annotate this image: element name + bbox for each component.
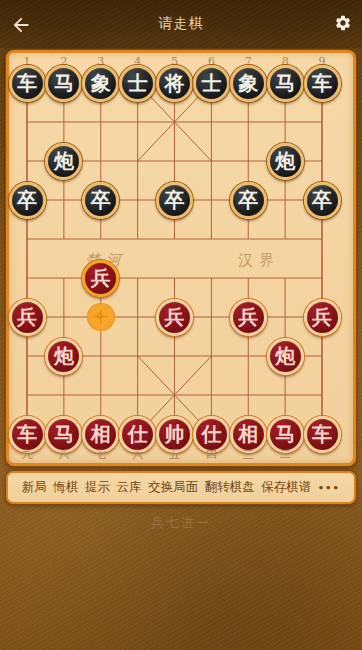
piece-red-炮[interactable]: 炮: [45, 338, 82, 375]
piece-black-将[interactable]: 将: [156, 65, 193, 102]
piece-black-卒[interactable]: 卒: [9, 182, 46, 219]
top-bar: 请走棋: [0, 0, 362, 48]
board-grid: [9, 53, 353, 463]
bottom-coordinates: 九八七六五四三二一: [9, 447, 353, 463]
file-label-bottom: 八: [58, 447, 69, 462]
piece-red-兵[interactable]: 兵: [9, 299, 46, 336]
settings-button[interactable]: [332, 13, 354, 35]
menu-more-icon[interactable]: •••: [318, 482, 340, 493]
piece-black-象[interactable]: 象: [230, 65, 267, 102]
piece-black-象[interactable]: 象: [82, 65, 119, 102]
menu-item-2[interactable]: 悔棋: [54, 479, 79, 496]
last-move-text: 兵七进一: [0, 514, 362, 532]
menu-item-7[interactable]: 保存棋谱: [261, 479, 311, 496]
menu-item-3[interactable]: 提示: [85, 479, 110, 496]
last-move-origin-marker: [87, 303, 115, 331]
file-label-bottom: 二: [280, 447, 291, 462]
piece-black-卒[interactable]: 卒: [230, 182, 267, 219]
piece-black-炮[interactable]: 炮: [267, 143, 304, 180]
file-label-bottom: 九: [22, 447, 33, 462]
file-label-bottom: 七: [95, 447, 106, 462]
piece-red-兵[interactable]: 兵: [304, 299, 341, 336]
piece-black-马[interactable]: 马: [45, 65, 82, 102]
piece-black-炮[interactable]: 炮: [45, 143, 82, 180]
piece-red-兵[interactable]: 兵: [230, 299, 267, 336]
piece-black-马[interactable]: 马: [267, 65, 304, 102]
menu-item-4[interactable]: 云库: [117, 479, 142, 496]
piece-black-车[interactable]: 车: [304, 65, 341, 102]
piece-black-士[interactable]: 士: [119, 65, 156, 102]
file-label-bottom: 六: [132, 447, 143, 462]
gear-icon: [334, 20, 352, 35]
river-label-han: 汉界: [224, 250, 294, 270]
file-label-bottom: 四: [206, 447, 217, 462]
page-title: 请走棋: [0, 15, 362, 33]
file-label-bottom: 三: [243, 447, 254, 462]
piece-black-卒[interactable]: 卒: [156, 182, 193, 219]
piece-red-兵[interactable]: 兵: [82, 260, 119, 297]
menu-bar: 新局悔棋提示云库交换局面翻转棋盘保存棋谱•••: [6, 471, 356, 504]
piece-black-卒[interactable]: 卒: [82, 182, 119, 219]
piece-black-士[interactable]: 士: [193, 65, 230, 102]
piece-red-兵[interactable]: 兵: [156, 299, 193, 336]
app-screen: 请走棋 123456789 楚河 汉界 车马象士将士象马车炮炮卒卒卒卒卒兵兵兵兵…: [0, 0, 362, 650]
piece-black-卒[interactable]: 卒: [304, 182, 341, 219]
file-label-bottom: 五: [169, 447, 180, 462]
menu-item-5[interactable]: 交换局面: [148, 479, 198, 496]
piece-red-炮[interactable]: 炮: [267, 338, 304, 375]
menu-item-1[interactable]: 新局: [22, 479, 47, 496]
board-panel[interactable]: 123456789 楚河 汉界 车马象士将士象马车炮炮卒卒卒卒卒兵兵兵兵兵炮炮车…: [6, 50, 356, 466]
piece-black-车[interactable]: 车: [9, 65, 46, 102]
menu-item-6[interactable]: 翻转棋盘: [205, 479, 255, 496]
file-label-bottom: 一: [317, 447, 328, 462]
